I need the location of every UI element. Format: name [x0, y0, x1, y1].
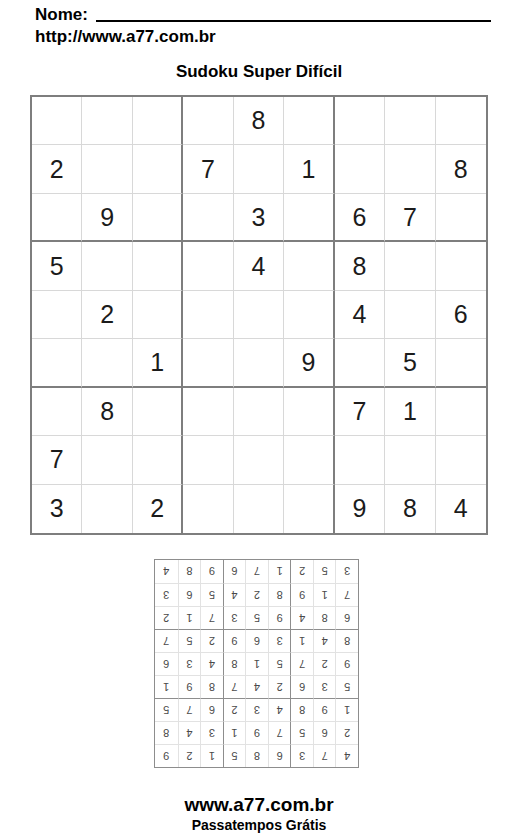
puzzle-cell-r7c7[interactable]: 7	[335, 388, 385, 436]
solution-cell-r1c9: 9	[155, 744, 178, 767]
puzzle-cell-r2c2[interactable]	[82, 145, 132, 193]
puzzle-cell-r4c2[interactable]	[82, 242, 132, 290]
solution-cell-r7c7: 7	[200, 606, 223, 629]
solution-cell-r7c8: 1	[178, 606, 201, 629]
puzzle-cell-r6c1[interactable]	[32, 339, 82, 387]
puzzle-cell-r6c7[interactable]	[335, 339, 385, 387]
puzzle-cell-r8c1[interactable]: 7	[32, 436, 82, 484]
puzzle-cell-r1c2[interactable]	[82, 97, 132, 145]
solution-cell-r4c1: 5	[335, 675, 358, 698]
solution-cell-r6c7: 2	[200, 629, 223, 652]
puzzle-cell-r3c1[interactable]	[32, 194, 82, 242]
solution-cell-r3c6: 2	[223, 698, 246, 721]
solution-cell-r6c6: 9	[223, 629, 246, 652]
puzzle-cell-r9c2[interactable]	[82, 485, 132, 533]
solution-cell-r8c6: 4	[223, 583, 246, 606]
solution-cell-r5c9: 6	[155, 652, 178, 675]
solution-cell-r2c7: 3	[200, 721, 223, 744]
puzzle-cell-r6c6[interactable]: 9	[284, 339, 334, 387]
solution-cell-r8c9: 3	[155, 583, 178, 606]
puzzle-cell-r9c8[interactable]: 8	[385, 485, 435, 533]
puzzle-cell-r3c2[interactable]: 9	[82, 194, 132, 242]
solution-cell-r9c4: 1	[268, 560, 291, 583]
puzzle-title: Sudoku Super Difícil	[0, 62, 518, 82]
solution-cell-r2c2: 6	[313, 721, 336, 744]
puzzle-cell-r1c7[interactable]	[335, 97, 385, 145]
solution-cell-r5c6: 8	[223, 652, 246, 675]
solution-cell-r5c2: 2	[313, 652, 336, 675]
puzzle-cell-r1c4[interactable]	[183, 97, 233, 145]
footer-site: www.a77.com.br	[0, 794, 518, 816]
puzzle-cell-r6c4[interactable]	[183, 339, 233, 387]
solution-cell-r7c9: 2	[155, 606, 178, 629]
solution-cell-r1c3: 3	[290, 744, 313, 767]
puzzle-cell-r4c1[interactable]: 5	[32, 242, 82, 290]
solution-cell-r7c2: 8	[313, 606, 336, 629]
puzzle-cell-r9c4[interactable]	[183, 485, 233, 533]
solution-cell-r1c2: 7	[313, 744, 336, 767]
puzzle-cell-r9c3[interactable]: 2	[133, 485, 183, 533]
solution-cell-r2c3: 5	[290, 721, 313, 744]
puzzle-cell-r8c3[interactable]	[133, 436, 183, 484]
puzzle-cell-r1c6[interactable]	[284, 97, 334, 145]
puzzle-cell-r1c9[interactable]	[436, 97, 486, 145]
solution-cell-r7c1: 6	[335, 606, 358, 629]
solution-cell-r3c8: 7	[178, 698, 201, 721]
name-fill-line	[96, 20, 491, 22]
name-row: Nome:	[35, 4, 491, 25]
puzzle-cell-r9c6[interactable]	[284, 485, 334, 533]
solution-cell-r6c8: 5	[178, 629, 201, 652]
puzzle-cell-r4c5[interactable]: 4	[234, 242, 284, 290]
puzzle-cell-r4c3[interactable]	[133, 242, 183, 290]
solution-cell-r9c9: 4	[155, 560, 178, 583]
solution-cell-r9c1: 3	[335, 560, 358, 583]
puzzle-cell-r8c9[interactable]	[436, 436, 486, 484]
solution-cell-r1c5: 8	[245, 744, 268, 767]
puzzle-cell-r9c5[interactable]	[234, 485, 284, 533]
puzzle-cell-r2c4[interactable]: 7	[183, 145, 233, 193]
puzzle-cell-r9c1[interactable]: 3	[32, 485, 82, 533]
solution-cell-r1c1: 4	[335, 744, 358, 767]
puzzle-cell-r5c9[interactable]: 6	[436, 291, 486, 339]
puzzle-cell-r8c7[interactable]	[335, 436, 385, 484]
puzzle-cell-r3c9[interactable]	[436, 194, 486, 242]
puzzle-cell-r3c6[interactable]	[284, 194, 334, 242]
solution-cell-r6c4: 3	[268, 629, 291, 652]
solution-cell-r8c4: 8	[268, 583, 291, 606]
puzzle-cell-r3c8[interactable]: 7	[385, 194, 435, 242]
puzzle-cell-r5c2[interactable]: 2	[82, 291, 132, 339]
solution-cell-r4c5: 4	[245, 675, 268, 698]
puzzle-cell-r5c8[interactable]	[385, 291, 435, 339]
puzzle-cell-r4c6[interactable]	[284, 242, 334, 290]
solution-cell-r4c2: 3	[313, 675, 336, 698]
puzzle-cell-r6c2[interactable]	[82, 339, 132, 387]
puzzle-cell-r5c4[interactable]	[183, 291, 233, 339]
puzzle-cell-r8c4[interactable]	[183, 436, 233, 484]
puzzle-cell-r5c3[interactable]	[133, 291, 183, 339]
solution-cell-r1c4: 6	[268, 744, 291, 767]
solution-cell-r8c8: 6	[178, 583, 201, 606]
solution-cell-r7c6: 3	[223, 606, 246, 629]
solution-cell-r9c5: 7	[245, 560, 268, 583]
solution-cell-r9c8: 8	[178, 560, 201, 583]
solution-cell-r1c8: 2	[178, 744, 201, 767]
solution-cell-r9c3: 2	[290, 560, 313, 583]
solution-cell-r3c1: 1	[335, 698, 358, 721]
puzzle-cell-r6c5[interactable]	[234, 339, 284, 387]
puzzle-cell-r5c5[interactable]	[234, 291, 284, 339]
puzzle-cell-r6c9[interactable]	[436, 339, 486, 387]
site-url: http://www.a77.com.br	[35, 27, 216, 47]
puzzle-cell-r2c3[interactable]	[133, 145, 183, 193]
solution-cell-r4c3: 6	[290, 675, 313, 698]
puzzle-cell-r7c6[interactable]	[284, 388, 334, 436]
solution-cell-r7c5: 5	[245, 606, 268, 629]
solution-cell-r1c6: 5	[223, 744, 246, 767]
puzzle-cell-r2c5[interactable]	[234, 145, 284, 193]
puzzle-cell-r9c9[interactable]: 4	[436, 485, 486, 533]
puzzle-cell-r3c5[interactable]: 3	[234, 194, 284, 242]
puzzle-cell-r1c8[interactable]	[385, 97, 435, 145]
puzzle-cell-r8c5[interactable]	[234, 436, 284, 484]
solution-cell-r2c1: 2	[335, 721, 358, 744]
solution-cell-r8c3: 9	[290, 583, 313, 606]
puzzle-cell-r8c8[interactable]	[385, 436, 435, 484]
solution-cell-r7c4: 9	[268, 606, 291, 629]
puzzle-cell-r2c9[interactable]: 8	[436, 145, 486, 193]
puzzle-cell-r1c5[interactable]: 8	[234, 97, 284, 145]
solution-cell-r6c1: 8	[335, 629, 358, 652]
solution-cell-r4c9: 1	[155, 675, 178, 698]
solution-cell-r4c4: 2	[268, 675, 291, 698]
puzzle-cell-r5c7[interactable]: 4	[335, 291, 385, 339]
puzzle-cell-r2c6[interactable]: 1	[284, 145, 334, 193]
puzzle-cell-r7c1[interactable]	[32, 388, 82, 436]
puzzle-cell-r2c1[interactable]: 2	[32, 145, 82, 193]
solution-cell-r8c1: 7	[335, 583, 358, 606]
solution-cell-r6c2: 4	[313, 629, 336, 652]
puzzle-cell-r7c2[interactable]: 8	[82, 388, 132, 436]
solution-cell-r8c2: 1	[313, 583, 336, 606]
solution-cell-r2c9: 8	[155, 721, 178, 744]
solution-cell-r6c3: 1	[290, 629, 313, 652]
puzzle-cell-r6c8[interactable]: 5	[385, 339, 435, 387]
puzzle-cell-r8c6[interactable]	[284, 436, 334, 484]
puzzle-cell-r7c3[interactable]	[133, 388, 183, 436]
solution-cell-r5c1: 9	[335, 652, 358, 675]
solution-cell-r5c3: 7	[290, 652, 313, 675]
puzzle-cell-r7c4[interactable]	[183, 388, 233, 436]
solution-cell-r4c8: 9	[178, 675, 201, 698]
solution-cell-r3c9: 5	[155, 698, 178, 721]
solution-cell-r5c5: 1	[245, 652, 268, 675]
solution-cell-r2c5: 9	[245, 721, 268, 744]
footer-tagline: Passatempos Grátis	[0, 817, 518, 833]
solution-cell-r7c3: 4	[290, 606, 313, 629]
solution-cell-r9c6: 6	[223, 560, 246, 583]
solution-cell-r3c3: 8	[290, 698, 313, 721]
puzzle-cell-r2c7[interactable]	[335, 145, 385, 193]
puzzle-cell-r7c5[interactable]	[234, 388, 284, 436]
puzzle-cell-r5c6[interactable]	[284, 291, 334, 339]
puzzle-cell-r5c1[interactable]	[32, 291, 82, 339]
solution-cell-r2c4: 7	[268, 721, 291, 744]
puzzle-cell-r9c7[interactable]: 9	[335, 485, 385, 533]
puzzle-cell-r7c8[interactable]: 1	[385, 388, 435, 436]
puzzle-cell-r4c8[interactable]	[385, 242, 435, 290]
puzzle-cell-r4c9[interactable]	[436, 242, 486, 290]
puzzle-cell-r4c4[interactable]	[183, 242, 233, 290]
solution-cell-r2c8: 4	[178, 721, 201, 744]
solution-cell-r4c6: 7	[223, 675, 246, 698]
sudoku-puzzle-grid: 827189367548246195871732984	[30, 95, 488, 535]
solution-cell-r3c2: 9	[313, 698, 336, 721]
solution-cell-r5c4: 5	[268, 652, 291, 675]
solution-cell-r8c5: 2	[245, 583, 268, 606]
solution-cell-r2c6: 1	[223, 721, 246, 744]
puzzle-cell-r4c7[interactable]: 8	[335, 242, 385, 290]
solution-cell-r6c5: 6	[245, 629, 268, 652]
puzzle-cell-r1c3[interactable]	[133, 97, 183, 145]
puzzle-cell-r3c3[interactable]	[133, 194, 183, 242]
solution-cell-r3c7: 6	[200, 698, 223, 721]
solution-cell-r9c7: 9	[200, 560, 223, 583]
solution-cell-r6c9: 7	[155, 629, 178, 652]
solution-cell-r1c7: 1	[200, 744, 223, 767]
puzzle-cell-r3c7[interactable]: 6	[335, 194, 385, 242]
solution-cell-r3c5: 3	[245, 698, 268, 721]
solution-cell-r9c2: 5	[313, 560, 336, 583]
name-label: Nome:	[35, 4, 88, 25]
puzzle-cell-r7c9[interactable]	[436, 388, 486, 436]
solution-cell-r5c8: 3	[178, 652, 201, 675]
solution-cell-r3c4: 4	[268, 698, 291, 721]
solution-cell-r5c7: 4	[200, 652, 223, 675]
puzzle-cell-r8c2[interactable]	[82, 436, 132, 484]
puzzle-cell-r3c4[interactable]	[183, 194, 233, 242]
solution-cell-r4c7: 8	[200, 675, 223, 698]
puzzle-cell-r6c3[interactable]: 1	[133, 339, 183, 387]
sudoku-solution-grid-rotated: 4736851292657913481984326755362478919275…	[154, 559, 359, 768]
solution-cell-r8c7: 5	[200, 583, 223, 606]
puzzle-cell-r1c1[interactable]	[32, 97, 82, 145]
puzzle-cell-r2c8[interactable]	[385, 145, 435, 193]
